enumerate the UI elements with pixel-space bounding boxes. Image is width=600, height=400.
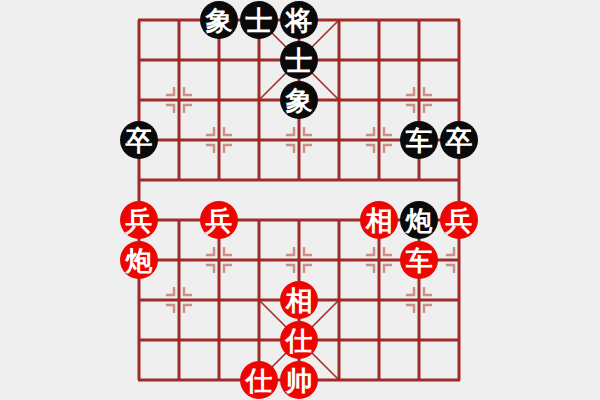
board-point-r6-c5[interactable]	[319, 240, 359, 280]
board-point-r0-c4[interactable]: 将	[279, 0, 319, 40]
piece-red-soldier[interactable]: 兵	[200, 201, 238, 239]
board-point-r4-c0[interactable]	[119, 160, 159, 200]
board-point-r8-c4[interactable]: 仕	[279, 320, 319, 360]
board-point-r3-c6[interactable]	[359, 120, 399, 160]
board-point-r5-c2[interactable]: 兵	[199, 200, 239, 240]
board-point-r9-c4[interactable]: 帅	[279, 360, 319, 400]
board-point-r1-c5[interactable]	[319, 40, 359, 80]
board-point-r0-c7[interactable]	[399, 0, 439, 40]
board-point-r1-c6[interactable]	[359, 40, 399, 80]
board-point-r0-c3[interactable]: 士	[239, 0, 279, 40]
board-point-r4-c7[interactable]	[399, 160, 439, 200]
board-point-r7-c2[interactable]	[199, 280, 239, 320]
board-point-r1-c4[interactable]: 士	[279, 40, 319, 80]
board-point-r0-c1[interactable]	[159, 0, 199, 40]
board-point-r6-c3[interactable]	[239, 240, 279, 280]
board-point-r9-c0[interactable]	[119, 360, 159, 400]
board-point-r2-c8[interactable]	[439, 80, 479, 120]
board-point-r9-c2[interactable]	[199, 360, 239, 400]
board-point-r7-c4[interactable]: 相	[279, 280, 319, 320]
board-point-r4-c1[interactable]	[159, 160, 199, 200]
piece-red-chariot[interactable]: 车	[400, 241, 438, 279]
board-point-r6-c4[interactable]	[279, 240, 319, 280]
board-point-r8-c6[interactable]	[359, 320, 399, 360]
board-point-r5-c3[interactable]	[239, 200, 279, 240]
piece-black-advisor[interactable]: 士	[280, 41, 318, 79]
board-point-r4-c8[interactable]	[439, 160, 479, 200]
piece-red-elephant[interactable]: 相	[360, 201, 398, 239]
board-point-r4-c5[interactable]	[319, 160, 359, 200]
piece-red-cannon[interactable]: 炮	[120, 241, 158, 279]
board-point-r2-c5[interactable]	[319, 80, 359, 120]
board-point-r5-c6[interactable]: 相	[359, 200, 399, 240]
piece-black-soldier[interactable]: 卒	[440, 121, 478, 159]
board-point-r7-c6[interactable]	[359, 280, 399, 320]
board-point-r5-c5[interactable]	[319, 200, 359, 240]
board-point-r2-c7[interactable]	[399, 80, 439, 120]
board-point-r7-c5[interactable]	[319, 280, 359, 320]
board-point-r4-c2[interactable]	[199, 160, 239, 200]
board-point-r2-c2[interactable]	[199, 80, 239, 120]
board-point-r7-c8[interactable]	[439, 280, 479, 320]
board-point-r0-c8[interactable]	[439, 0, 479, 40]
piece-red-advisor[interactable]: 仕	[240, 361, 278, 399]
board-point-r3-c2[interactable]	[199, 120, 239, 160]
board-point-r3-c1[interactable]	[159, 120, 199, 160]
board-point-r0-c2[interactable]: 象	[199, 0, 239, 40]
board-point-r4-c4[interactable]	[279, 160, 319, 200]
board-point-r9-c8[interactable]	[439, 360, 479, 400]
board-point-r5-c1[interactable]	[159, 200, 199, 240]
board-point-r9-c3[interactable]: 仕	[239, 360, 279, 400]
board-point-r2-c4[interactable]: 象	[279, 80, 319, 120]
piece-red-soldier[interactable]: 兵	[120, 201, 158, 239]
piece-red-advisor[interactable]: 仕	[280, 321, 318, 359]
board-point-r7-c3[interactable]	[239, 280, 279, 320]
board-point-r6-c8[interactable]	[439, 240, 479, 280]
piece-black-elephant[interactable]: 象	[200, 1, 238, 39]
board-point-r6-c6[interactable]	[359, 240, 399, 280]
board-point-r5-c0[interactable]: 兵	[119, 200, 159, 240]
board-point-r5-c4[interactable]	[279, 200, 319, 240]
board-point-r1-c8[interactable]	[439, 40, 479, 80]
board-point-r3-c4[interactable]	[279, 120, 319, 160]
board-point-r3-c7[interactable]: 车	[399, 120, 439, 160]
xiangqi-board: 象士将士象卒车卒兵兵相炮兵炮车相仕仕帅	[119, 0, 479, 400]
board-point-r0-c6[interactable]	[359, 0, 399, 40]
piece-black-elephant[interactable]: 象	[280, 81, 318, 119]
board-point-r6-c0[interactable]: 炮	[119, 240, 159, 280]
piece-red-elephant[interactable]: 相	[280, 281, 318, 319]
piece-black-cannon[interactable]: 炮	[400, 201, 438, 239]
xiangqi-diagram: 象士将士象卒车卒兵兵相炮兵炮车相仕仕帅	[0, 0, 600, 400]
board-point-r7-c0[interactable]	[119, 280, 159, 320]
board-point-r8-c5[interactable]	[319, 320, 359, 360]
piece-black-chariot[interactable]: 车	[400, 121, 438, 159]
piece-black-general[interactable]: 将	[280, 1, 318, 39]
board-point-r9-c7[interactable]	[399, 360, 439, 400]
board-point-r3-c3[interactable]	[239, 120, 279, 160]
board-point-r1-c0[interactable]	[119, 40, 159, 80]
board-point-r1-c3[interactable]	[239, 40, 279, 80]
board-point-r1-c1[interactable]	[159, 40, 199, 80]
board-point-r8-c8[interactable]	[439, 320, 479, 360]
board-point-r3-c5[interactable]	[319, 120, 359, 160]
board-point-r8-c3[interactable]	[239, 320, 279, 360]
board-point-r1-c7[interactable]	[399, 40, 439, 80]
board-point-r3-c0[interactable]: 卒	[119, 120, 159, 160]
board-point-r3-c8[interactable]: 卒	[439, 120, 479, 160]
piece-black-advisor[interactable]: 士	[240, 1, 278, 39]
board-point-r2-c3[interactable]	[239, 80, 279, 120]
piece-red-soldier[interactable]: 兵	[440, 201, 478, 239]
board-point-r5-c8[interactable]: 兵	[439, 200, 479, 240]
board-point-r4-c6[interactable]	[359, 160, 399, 200]
piece-black-soldier[interactable]: 卒	[120, 121, 158, 159]
board-point-r9-c1[interactable]	[159, 360, 199, 400]
board-point-r9-c5[interactable]	[319, 360, 359, 400]
board-point-r0-c5[interactable]	[319, 0, 359, 40]
board-point-r8-c1[interactable]	[159, 320, 199, 360]
board-point-r2-c6[interactable]	[359, 80, 399, 120]
board-point-r8-c2[interactable]	[199, 320, 239, 360]
board-point-r6-c7[interactable]: 车	[399, 240, 439, 280]
board-point-r8-c7[interactable]	[399, 320, 439, 360]
board-point-r0-c0[interactable]	[119, 0, 159, 40]
board-point-r1-c2[interactable]	[199, 40, 239, 80]
piece-red-general[interactable]: 帅	[280, 361, 318, 399]
board-point-r7-c7[interactable]	[399, 280, 439, 320]
board-point-r7-c1[interactable]	[159, 280, 199, 320]
board-point-r5-c7[interactable]: 炮	[399, 200, 439, 240]
board-point-r2-c1[interactable]	[159, 80, 199, 120]
board-point-r6-c2[interactable]	[199, 240, 239, 280]
board-point-r2-c0[interactable]	[119, 80, 159, 120]
board-point-r4-c3[interactable]	[239, 160, 279, 200]
board-point-r9-c6[interactable]	[359, 360, 399, 400]
board-point-r6-c1[interactable]	[159, 240, 199, 280]
board-point-r8-c0[interactable]	[119, 320, 159, 360]
